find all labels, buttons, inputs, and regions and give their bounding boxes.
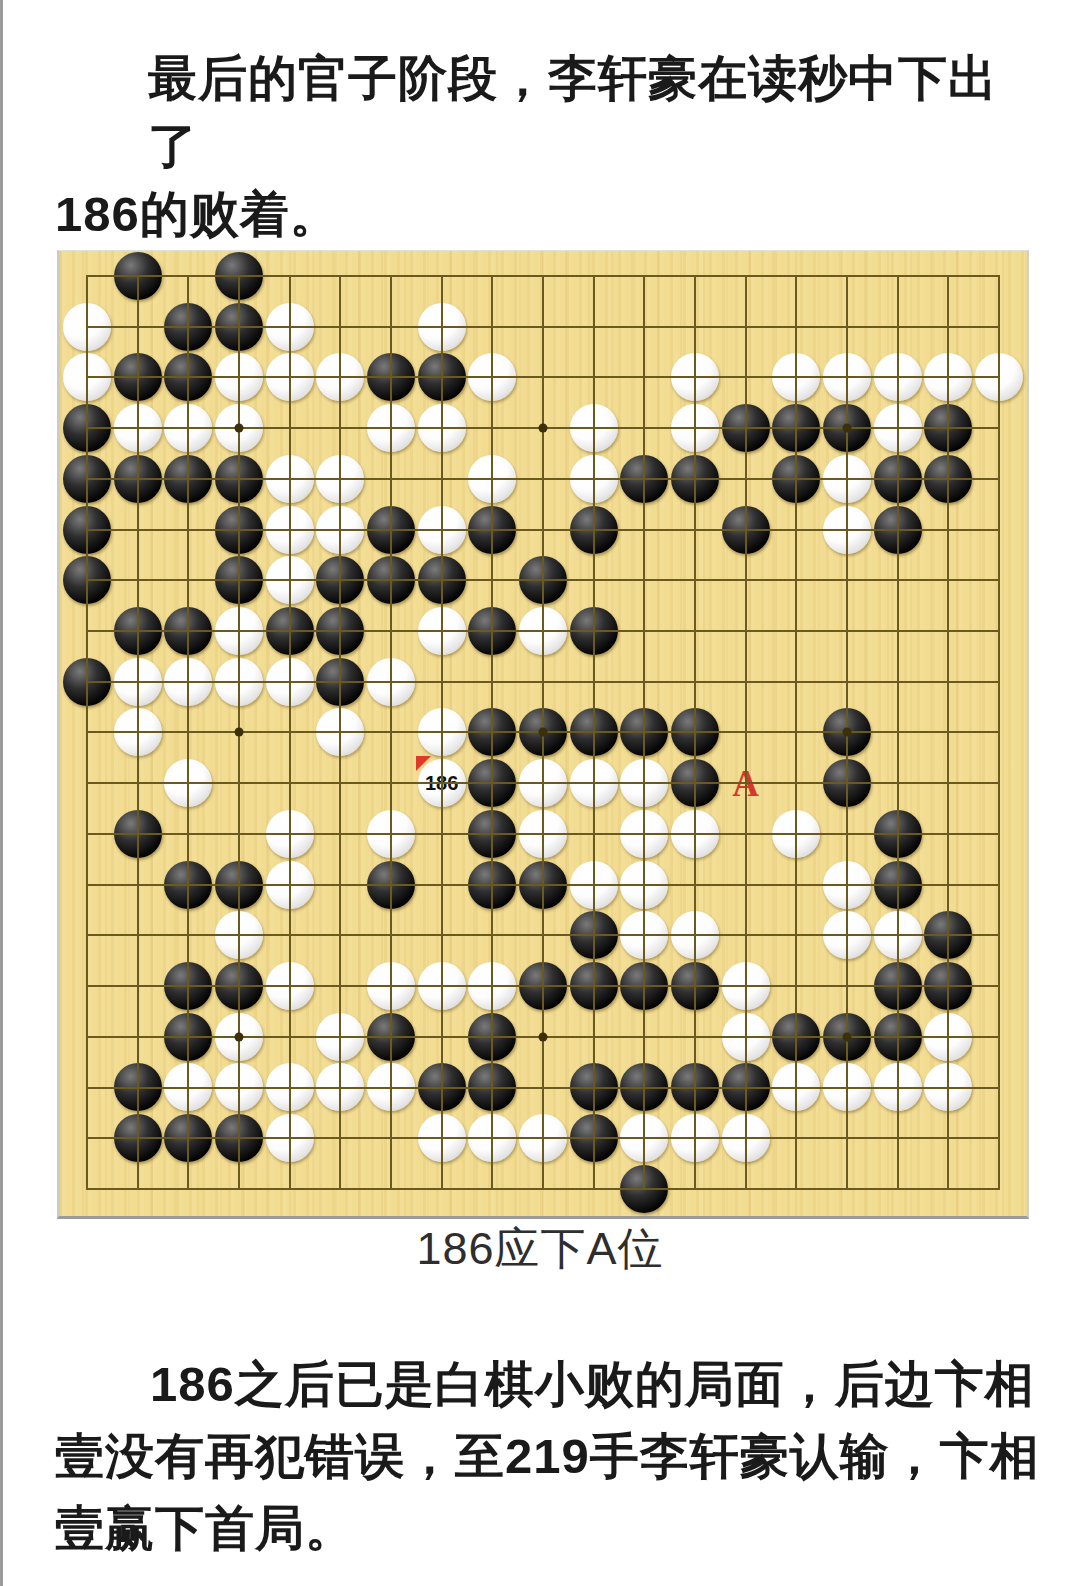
- star-point: [843, 1032, 852, 1041]
- outro-paragraph: 186之后已是白棋小败的局面，后边卞相 壹没有再犯错误，至219手李轩豪认输，卞…: [55, 1348, 1040, 1564]
- grid-line-vertical: [643, 275, 645, 1190]
- page-left-border: [0, 0, 3, 1586]
- outro-line-3: 壹赢下首局。: [55, 1492, 1040, 1564]
- grid-line-vertical: [137, 275, 139, 1190]
- star-point: [843, 728, 852, 737]
- star-point: [539, 728, 548, 737]
- star-point: [235, 424, 244, 433]
- grid-line-vertical: [339, 275, 341, 1190]
- go-board: 186A: [57, 250, 1029, 1219]
- outro-line-1: 186之后已是白棋小败的局面，后边卞相: [55, 1348, 1040, 1420]
- last-move-triangle-marker: [416, 756, 431, 771]
- star-point: [539, 424, 548, 433]
- star-point: [235, 1032, 244, 1041]
- grid-line-vertical: [390, 275, 392, 1190]
- grid-line-vertical: [795, 275, 797, 1190]
- grid-line-vertical: [745, 275, 747, 1190]
- grid-line-vertical: [86, 275, 88, 1190]
- intro-line-2: 186的败着。: [55, 180, 1035, 248]
- intro-paragraph: 最后的官子阶段，李轩豪在读秒中下出了 186的败着。: [55, 44, 1035, 248]
- star-point: [539, 1032, 548, 1041]
- grid-line-vertical: [897, 275, 899, 1190]
- grid-line-vertical: [694, 275, 696, 1190]
- board-caption: 186应下A位: [0, 1219, 1080, 1279]
- outro-line-2: 壹没有再犯错误，至219手李轩豪认输，卞相: [55, 1420, 1040, 1492]
- grid-line-vertical: [593, 275, 595, 1190]
- star-point: [235, 728, 244, 737]
- grid-line-vertical: [187, 275, 189, 1190]
- grid-line-vertical: [441, 275, 443, 1190]
- grid-line-vertical: [491, 275, 493, 1190]
- grid-line-vertical: [947, 275, 949, 1190]
- intro-line-1: 最后的官子阶段，李轩豪在读秒中下出了: [55, 44, 1035, 180]
- grid-line-vertical: [289, 275, 291, 1190]
- star-point: [843, 424, 852, 433]
- grid-line-vertical: [998, 275, 1000, 1190]
